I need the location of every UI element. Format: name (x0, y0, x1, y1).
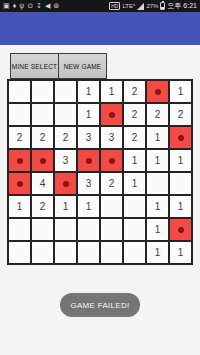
share-icon: ♦ (13, 0, 17, 12)
data-usage-icon: ⊙ (27, 0, 33, 12)
board-cell-r7c4[interactable] (78, 219, 99, 240)
board-cell-r6c2[interactable]: 2 (32, 196, 53, 217)
board-cell-r7c6[interactable] (124, 219, 145, 240)
mine-cell-r4c5[interactable] (101, 150, 122, 171)
mine-dot-icon (86, 158, 92, 164)
mine-cell-r4c2[interactable] (32, 150, 53, 171)
status-bar-right: HD LTE° 27% 오후 6:21 (109, 0, 197, 12)
board-cell-r6c6[interactable] (124, 196, 145, 217)
board-cell-r8c4[interactable] (78, 242, 99, 263)
network-type-label: LTE° (122, 0, 135, 12)
battery-icon (160, 2, 165, 10)
board-cell-r3c5[interactable]: 3 (101, 127, 122, 148)
board-cell-r1c2[interactable] (32, 81, 53, 102)
mine-dot-icon (17, 158, 23, 164)
board-cell-r6c1[interactable]: 1 (9, 196, 30, 217)
mine-select-button[interactable]: MINE SELECT (10, 53, 59, 79)
game-failed-toast: GAME FAILED! (60, 293, 140, 317)
board-cell-r6c8[interactable]: 1 (170, 196, 191, 217)
board-cell-r3c6[interactable]: 2 (124, 127, 145, 148)
board-cell-r2c3[interactable] (55, 104, 76, 125)
board-cell-r6c7[interactable]: 1 (147, 196, 168, 217)
new-game-button[interactable]: NEW GAME (58, 53, 107, 79)
board-cell-r7c5[interactable] (101, 219, 122, 240)
board-cell-r6c4[interactable]: 1 (78, 196, 99, 217)
board-cell-r8c6[interactable] (124, 242, 145, 263)
board-cell-r6c5[interactable] (101, 196, 122, 217)
board-cell-r8c5[interactable] (101, 242, 122, 263)
board-cell-r4c7[interactable]: 1 (147, 150, 168, 171)
board-cell-r3c2[interactable]: 2 (32, 127, 53, 148)
toolbar: MINE SELECT NEW GAME (10, 53, 200, 79)
mine-dot-icon (63, 181, 69, 187)
board-cell-r8c2[interactable] (32, 242, 53, 263)
mine-cell-r3c8[interactable] (170, 127, 191, 148)
board-cell-r8c1[interactable] (9, 242, 30, 263)
board-cell-r1c4[interactable]: 1 (78, 81, 99, 102)
mine-dot-icon (178, 227, 184, 233)
board-cell-r8c7[interactable]: 1 (147, 242, 168, 263)
board-cell-r1c5[interactable]: 1 (101, 81, 122, 102)
alarm-icon: ⊛ (53, 0, 59, 12)
phone-screen: ▣ ♦ ψ ⊙ ↧ ◀ ⊛ HD LTE° 27% 오후 6:21 MINE S… (0, 0, 200, 355)
mine-cell-r4c4[interactable] (78, 150, 99, 171)
mine-cell-r2c5[interactable] (101, 104, 122, 125)
mine-dot-icon (109, 112, 115, 118)
mine-cell-r5c3[interactable] (55, 173, 76, 194)
mine-dot-icon (40, 158, 46, 164)
board-cell-r7c3[interactable] (55, 219, 76, 240)
board-cell-r3c3[interactable]: 2 (55, 127, 76, 148)
mine-dot-icon (17, 181, 23, 187)
board-cell-r1c6[interactable]: 2 (124, 81, 145, 102)
board-cell-r8c3[interactable] (55, 242, 76, 263)
board-cell-r5c2[interactable]: 4 (32, 173, 53, 194)
mine-cell-r7c8[interactable] (170, 219, 191, 240)
board-cell-r2c1[interactable] (9, 104, 30, 125)
board-cell-r5c8[interactable] (170, 173, 191, 194)
usb-icon: ψ (19, 0, 24, 12)
board-cell-r4c8[interactable]: 1 (170, 150, 191, 171)
board-cell-r7c1[interactable] (9, 219, 30, 240)
board-cell-r5c5[interactable]: 2 (101, 173, 122, 194)
download-icon: ↧ (36, 0, 42, 12)
board-cell-r3c7[interactable]: 1 (147, 127, 168, 148)
hd-icon: HD (109, 2, 120, 10)
board-cell-r2c2[interactable] (32, 104, 53, 125)
board-cell-r3c4[interactable]: 3 (78, 127, 99, 148)
mine-cell-r5c1[interactable] (9, 173, 30, 194)
app-header-bar (0, 12, 200, 45)
board-cell-r4c6[interactable]: 1 (124, 150, 145, 171)
battery-percent-label: 27% (146, 0, 158, 12)
board-cell-r2c4[interactable]: 1 (78, 104, 99, 125)
gallery-icon: ▣ (3, 0, 10, 12)
status-bar-left: ▣ ♦ ψ ⊙ ↧ ◀ ⊛ (3, 0, 59, 12)
mute-icon: ◀ (45, 0, 50, 12)
minesweeper-board: 11211222222332131114321121111111 (7, 79, 193, 265)
board-cell-r2c6[interactable]: 2 (124, 104, 145, 125)
board-cell-r6c3[interactable]: 1 (55, 196, 76, 217)
clock-label: 오후 6:21 (167, 0, 197, 12)
board-cell-r1c3[interactable] (55, 81, 76, 102)
mine-dot-icon (178, 135, 184, 141)
mine-cell-r4c1[interactable] (9, 150, 30, 171)
board-cell-r7c2[interactable] (32, 219, 53, 240)
mine-dot-icon (109, 158, 115, 164)
board-cell-r2c8[interactable]: 2 (170, 104, 191, 125)
board-cell-r1c8[interactable]: 1 (170, 81, 191, 102)
board-cell-r8c8[interactable]: 1 (170, 242, 191, 263)
board-cell-r1c1[interactable] (9, 81, 30, 102)
signal-strength-icon (137, 3, 144, 10)
board-cell-r5c6[interactable]: 1 (124, 173, 145, 194)
board-cell-r3c1[interactable]: 2 (9, 127, 30, 148)
board-cell-r2c7[interactable]: 2 (147, 104, 168, 125)
board-cell-r5c7[interactable] (147, 173, 168, 194)
board-cell-r7c7[interactable]: 1 (147, 219, 168, 240)
mine-cell-r1c7[interactable] (147, 81, 168, 102)
status-bar: ▣ ♦ ψ ⊙ ↧ ◀ ⊛ HD LTE° 27% 오후 6:21 (0, 0, 200, 12)
board-cell-r5c4[interactable]: 3 (78, 173, 99, 194)
mine-dot-icon (155, 89, 161, 95)
board-cell-r4c3[interactable]: 3 (55, 150, 76, 171)
